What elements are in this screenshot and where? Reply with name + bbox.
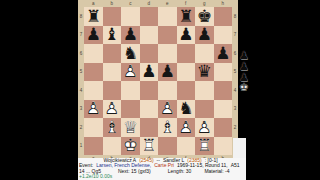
eco-code: A51 <box>231 162 240 168</box>
square-f5[interactable] <box>177 63 196 82</box>
rank-label-7: 7 <box>78 26 84 45</box>
file-label-f: f <box>177 0 196 7</box>
square-g3[interactable] <box>195 100 214 119</box>
square-c2[interactable] <box>121 118 140 137</box>
square-h5[interactable] <box>214 63 233 82</box>
panel-corner-box <box>233 138 246 158</box>
rank-label-6: 6 <box>78 44 84 63</box>
black-rook-piece[interactable]: ♜ <box>177 7 196 26</box>
square-g5[interactable]: ♛ <box>195 63 214 82</box>
square-h8[interactable] <box>214 7 233 26</box>
file-labels-top: abcdefgh <box>84 0 232 7</box>
square-a1[interactable] <box>84 137 103 156</box>
white-bishop-piece[interactable] <box>158 118 177 137</box>
square-b2[interactable] <box>103 118 122 137</box>
file-label-a: a <box>84 0 103 7</box>
black-pawn-piece[interactable]: ♟ <box>177 26 196 45</box>
square-e2[interactable] <box>158 118 177 137</box>
square-h4[interactable] <box>214 81 233 100</box>
rank-label-4: 4 <box>78 81 84 100</box>
black-pawn-piece[interactable]: ♟ <box>121 26 140 45</box>
square-g4[interactable] <box>195 81 214 100</box>
square-d7[interactable] <box>140 26 159 45</box>
square-f3[interactable]: ♞ <box>177 100 196 119</box>
white-king-piece[interactable] <box>121 137 140 156</box>
game-length: Length: 30 <box>168 168 192 174</box>
square-b6[interactable] <box>103 44 122 63</box>
rank-label-7: 7 <box>232 26 238 45</box>
square-c6[interactable]: ♞ <box>121 44 140 63</box>
square-e6[interactable] <box>158 44 177 63</box>
black-rook-piece[interactable]: ♜ <box>84 7 103 26</box>
square-c7[interactable]: ♟ <box>121 26 140 45</box>
square-d2[interactable] <box>140 118 159 137</box>
black-pawn-piece[interactable]: ♟ <box>84 26 103 45</box>
square-c4[interactable] <box>121 81 140 100</box>
file-label-b: b <box>103 0 122 7</box>
square-f7[interactable]: ♟ <box>177 26 196 45</box>
square-h1[interactable] <box>214 137 233 156</box>
square-g1[interactable] <box>195 137 214 156</box>
black-king-piece[interactable]: ♚ <box>195 7 214 26</box>
square-a6[interactable] <box>84 44 103 63</box>
black-knight-piece[interactable]: ♞ <box>121 44 140 63</box>
square-d6[interactable] <box>140 44 159 63</box>
square-d5[interactable]: ♟ <box>140 63 159 82</box>
rank-label-8: 8 <box>232 7 238 26</box>
square-f6[interactable] <box>177 44 196 63</box>
black-pawn-piece[interactable]: ♟ <box>140 63 159 82</box>
white-pawn-piece[interactable] <box>158 100 177 119</box>
file-label-d: d <box>140 0 159 7</box>
square-g6[interactable] <box>195 44 214 63</box>
square-e1[interactable] <box>158 137 177 156</box>
engine-eval-line: +1.2e/10 0.00s <box>78 174 246 179</box>
square-a3[interactable] <box>84 100 103 119</box>
square-h6[interactable]: ♟ <box>214 44 233 63</box>
square-g2[interactable] <box>195 118 214 137</box>
square-e7[interactable] <box>158 26 177 45</box>
material-balance: Material: -4 <box>204 168 229 174</box>
square-c5[interactable] <box>121 63 140 82</box>
square-a8[interactable]: ♜ <box>84 7 103 26</box>
square-h2[interactable] <box>214 118 233 137</box>
square-g7[interactable]: ♟ <box>195 26 214 45</box>
white-pawn-piece[interactable] <box>121 63 140 82</box>
black-knight-piece[interactable]: ♞ <box>177 100 196 119</box>
rank-label-8: 8 <box>78 7 84 26</box>
game-info-panel: Wojcikiewicz A(2545)--Sandler L(2385): [… <box>78 158 246 180</box>
square-e3[interactable] <box>158 100 177 119</box>
black-pawn-piece[interactable]: ♟ <box>214 44 233 63</box>
square-c1[interactable] <box>121 137 140 156</box>
board-panel: abcdefgh ♜♜♚♟♝♟♟♟♞♟♟♟♛♞ abcdefgh 8765432… <box>78 0 238 158</box>
white-bishop-piece[interactable] <box>103 118 122 137</box>
black-pawn-piece[interactable]: ♟ <box>195 26 214 45</box>
white-pawn-piece[interactable] <box>84 100 103 119</box>
file-label-g: g <box>195 0 214 7</box>
rank-label-2: 2 <box>78 118 84 137</box>
chess-app-frame: abcdefgh ♜♜♚♟♝♟♟♟♞♟♟♟♛♞ abcdefgh 8765432… <box>0 0 320 180</box>
file-label-e: e <box>158 0 177 7</box>
square-b3[interactable] <box>103 100 122 119</box>
white-queen-piece[interactable] <box>121 118 140 137</box>
black-queen-piece[interactable]: ♛ <box>195 63 214 82</box>
white-pawn-piece[interactable] <box>103 100 122 119</box>
square-b8[interactable] <box>103 7 122 26</box>
square-b5[interactable] <box>103 63 122 82</box>
black-bishop-piece[interactable]: ♝ <box>103 26 122 45</box>
rank-label-3: 3 <box>78 100 84 119</box>
square-a2[interactable] <box>84 118 103 137</box>
square-c3[interactable] <box>121 100 140 119</box>
tray-white-king <box>237 81 251 93</box>
rank-label-1: 1 <box>78 137 84 156</box>
square-b1[interactable] <box>103 137 122 156</box>
white-rook-piece[interactable] <box>140 137 159 156</box>
square-b7[interactable]: ♝ <box>103 26 122 45</box>
square-f4[interactable] <box>177 81 196 100</box>
square-e4[interactable] <box>158 81 177 100</box>
square-f1[interactable] <box>177 137 196 156</box>
white-pawn-piece[interactable] <box>177 118 196 137</box>
square-d3[interactable] <box>140 100 159 119</box>
square-d4[interactable] <box>140 81 159 100</box>
square-a4[interactable] <box>84 81 103 100</box>
square-a5[interactable] <box>84 63 103 82</box>
square-f2[interactable] <box>177 118 196 137</box>
rank-label-2: 2 <box>232 118 238 137</box>
rank-labels-left: 87654321 <box>78 7 84 155</box>
rank-label-5: 5 <box>78 63 84 82</box>
chess-board[interactable]: ♜♜♚♟♝♟♟♟♞♟♟♟♛♞ <box>84 7 232 155</box>
square-h3[interactable] <box>214 100 233 119</box>
square-f8[interactable]: ♜ <box>177 7 196 26</box>
square-c8[interactable] <box>121 7 140 26</box>
black-pawn-piece[interactable]: ♟ <box>158 63 177 82</box>
square-a7[interactable]: ♟ <box>84 26 103 45</box>
square-g8[interactable]: ♚ <box>195 7 214 26</box>
square-e5[interactable]: ♟ <box>158 63 177 82</box>
white-pawn-piece[interactable] <box>195 118 214 137</box>
square-d8[interactable] <box>140 7 159 26</box>
next-move: Next: 15 (gxf3) <box>118 168 151 174</box>
square-b4[interactable] <box>103 81 122 100</box>
white-rook-piece[interactable] <box>195 137 214 156</box>
square-h7[interactable] <box>214 26 233 45</box>
file-label-h: h <box>214 0 233 7</box>
square-e8[interactable] <box>158 7 177 26</box>
square-d1[interactable] <box>140 137 159 156</box>
file-label-c: c <box>121 0 140 7</box>
rank-label-3: 3 <box>232 100 238 119</box>
